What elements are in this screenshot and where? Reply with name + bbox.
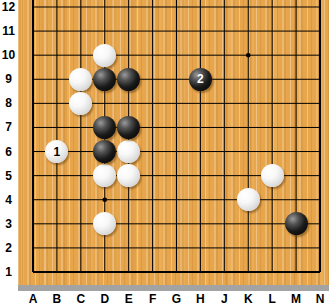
move-number-label: 1	[54, 145, 61, 159]
row-label-3: 3	[0, 216, 17, 232]
col-label-D: D	[95, 291, 115, 308]
row-label-12: 12	[0, 0, 17, 15]
row-label-2: 2	[0, 240, 17, 256]
row-label-8: 8	[0, 95, 17, 111]
stone-white-l5[interactable]	[261, 164, 284, 187]
stone-black-h9[interactable]: 2	[189, 68, 212, 91]
row-label-9: 9	[0, 71, 17, 87]
col-label-N: N	[310, 291, 329, 308]
row-label-6: 6	[0, 144, 17, 160]
col-label-B: B	[47, 291, 67, 308]
stone-black-e7[interactable]	[117, 116, 140, 139]
stone-black-e9[interactable]	[117, 68, 140, 91]
move-number-label: 2	[197, 72, 204, 86]
stone-black-m3[interactable]	[285, 212, 308, 235]
col-label-G: G	[167, 291, 187, 308]
col-label-J: J	[214, 291, 234, 308]
col-label-L: L	[262, 291, 282, 308]
col-label-K: K	[238, 291, 258, 308]
row-label-7: 7	[0, 119, 17, 135]
col-label-E: E	[119, 291, 139, 308]
col-label-M: M	[286, 291, 306, 308]
col-label-H: H	[190, 291, 210, 308]
stone-white-c9[interactable]	[69, 68, 92, 91]
col-label-F: F	[143, 291, 163, 308]
col-label-C: C	[71, 291, 91, 308]
col-label-A: A	[23, 291, 43, 308]
stone-white-k4[interactable]	[237, 188, 260, 211]
go-board-viewer: 121110987654321ABCDEFGHJKLMN 12	[0, 0, 329, 308]
row-label-4: 4	[0, 192, 17, 208]
row-label-5: 5	[0, 168, 17, 184]
row-label-11: 11	[0, 23, 17, 39]
stone-white-d10[interactable]	[93, 44, 116, 67]
stone-black-d9[interactable]	[93, 68, 116, 91]
row-label-1: 1	[0, 264, 17, 280]
row-label-10: 10	[0, 47, 17, 63]
